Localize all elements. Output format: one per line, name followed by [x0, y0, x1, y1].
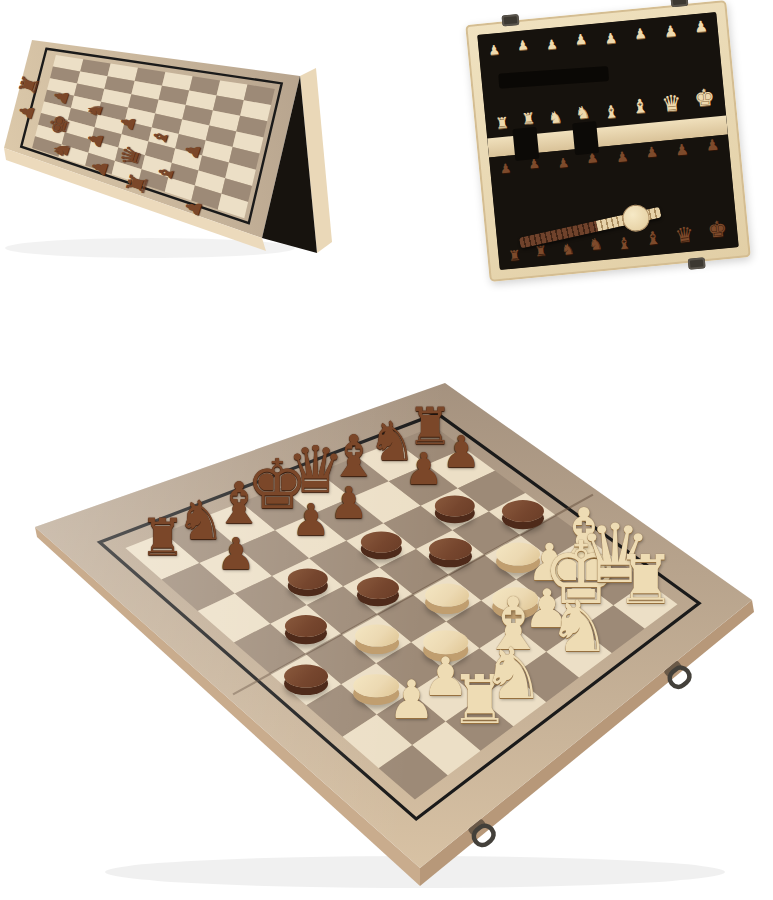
- box-piece-brown-K: ♚: [707, 218, 729, 242]
- box-strap: [513, 127, 540, 161]
- box-piece-cream-Q: ♛: [661, 91, 683, 115]
- box-piece-cream-P: ♟: [633, 26, 647, 41]
- box-piece-cream-P: ♟: [488, 43, 501, 57]
- box-piece-brown-P: ♟: [675, 143, 690, 159]
- box-strap: [573, 121, 600, 155]
- box-piece-cream-N: ♞: [547, 109, 563, 126]
- box-piece-cream-B: ♝: [603, 102, 620, 120]
- box-piece-brown-R: ♜: [534, 244, 548, 259]
- latch-icon: [670, 0, 688, 7]
- product-photo-stage: ♜♟♞♟♝♟♟♚♟♛♝♞♟♜♟ ♜♞♝♚♛♝♞♜♟♟♟♟♟♟♝♟♟♝♟♚♛♜♞♞…: [0, 0, 773, 900]
- box-piece-cream-P: ♟: [574, 32, 588, 47]
- main-board: [35, 383, 754, 886]
- box-piece-cream-P: ♟: [516, 38, 529, 52]
- latch-icon: [688, 257, 706, 270]
- box-piece-brown-P: ♟: [557, 156, 570, 170]
- box-piece-brown-P: ♟: [615, 149, 629, 164]
- box-piece-cream-P: ♟: [663, 24, 678, 40]
- box-piece-brown-P: ♟: [705, 138, 720, 154]
- box-lid-foam-strip: [498, 66, 609, 88]
- box-interior: ♟♟♟♟♟♟♟♟ ♜♜♞♞♝♝♛♚ ♟♟♟♟♟♟♟♟ ♜♜♞♞♝♝♛♚: [477, 12, 739, 270]
- box-piece-cream-K: ♚: [693, 85, 716, 110]
- box-piece-brown-N: ♞: [588, 236, 604, 253]
- box-piece-cream-R: ♜: [521, 111, 536, 127]
- latch-icon: [501, 14, 519, 27]
- box-piece-cream-B: ♝: [631, 96, 650, 117]
- box-piece-brown-B: ♝: [616, 236, 632, 253]
- box-piece-cream-P: ♟: [694, 19, 709, 35]
- box-piece-brown-Q: ♛: [674, 225, 695, 248]
- box-piece-cream-R: ♜: [495, 115, 510, 131]
- box-piece-brown-P: ♟: [645, 145, 659, 160]
- box-lid-pawn-row: ♟♟♟♟♟♟♟♟: [488, 21, 709, 57]
- box-piece-brown-R: ♜: [508, 248, 522, 263]
- box-piece-brown-B: ♝: [644, 229, 662, 248]
- box-piece-brown-P: ♟: [499, 162, 512, 176]
- box-piece-brown-N: ♞: [561, 242, 576, 258]
- box-piece-cream-P: ♟: [545, 38, 558, 52]
- storage-box-view: ♟♟♟♟♟♟♟♟ ♜♜♞♞♝♝♛♚ ♟♟♟♟♟♟♟♟ ♜♜♞♞♝♝♛♚: [465, 0, 751, 282]
- box-piece-cream-N: ♞: [574, 103, 591, 121]
- box-piece-cream-P: ♟: [604, 31, 618, 46]
